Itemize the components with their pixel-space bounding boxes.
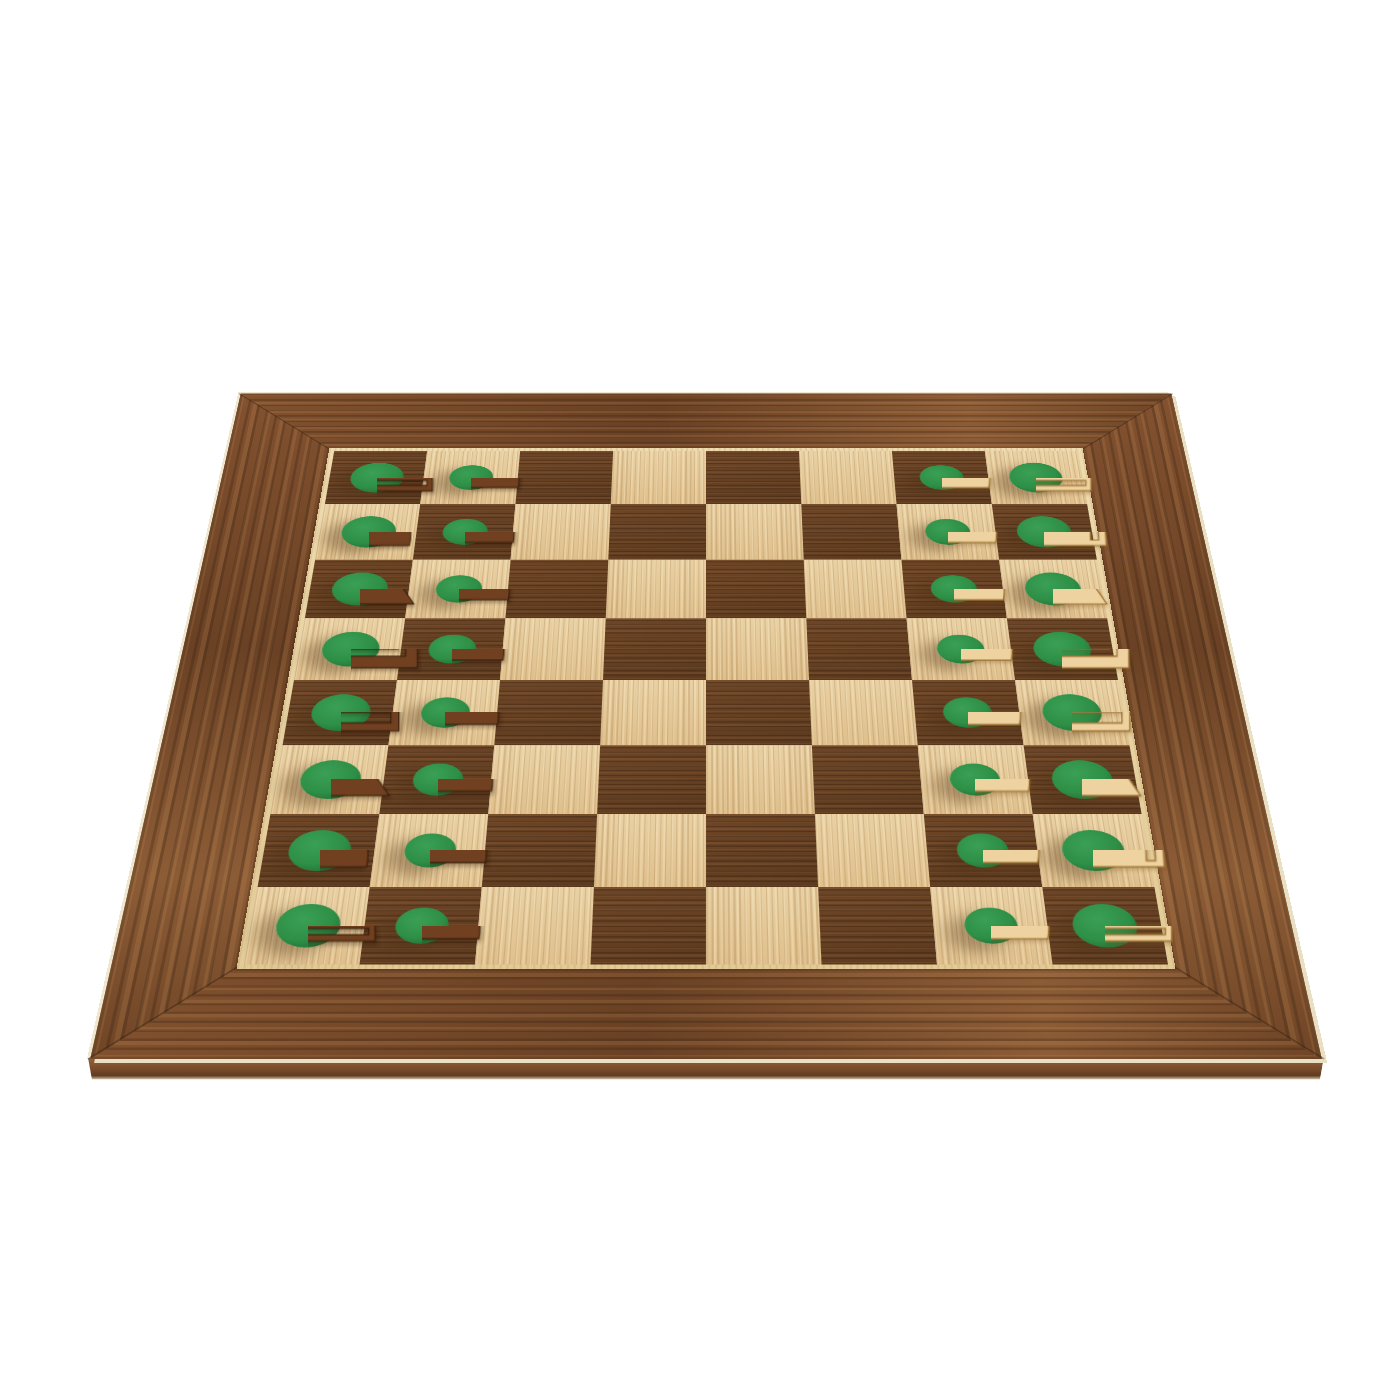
square-a1[interactable]: ♜	[1042, 887, 1168, 964]
miter-seam	[87, 961, 247, 1060]
square-a5[interactable]	[591, 887, 706, 964]
square-b4[interactable]	[706, 814, 818, 887]
square-g5[interactable]	[608, 504, 706, 560]
board-edge-thickness	[88, 1058, 1324, 1079]
playing-field: ♜♟♟♜♞♟♟♞♝♟♟♝♚♟♟♚♛♟♟♛♝♟♟♝♞♟♟♞♜♟♟♜	[244, 451, 1168, 964]
square-a7[interactable]: ♟	[360, 887, 482, 964]
chess-board: ♜♟♟♜♞♟♟♞♝♟♟♝♚♟♟♚♛♟♟♛♝♟♟♝♞♟♟♞♜♟♟♜	[90, 394, 1321, 1059]
square-c4[interactable]	[706, 745, 815, 814]
square-e5[interactable]	[603, 618, 706, 680]
square-c5[interactable]	[597, 745, 706, 814]
perspective-scene: ♜♟♟♜♞♟♟♞♝♟♟♝♚♟♟♚♛♟♟♛♝♟♟♝♞♟♟♞♜♟♟♜	[0, 0, 1400, 1400]
miter-seam	[1165, 961, 1325, 1060]
square-g4[interactable]	[706, 504, 804, 560]
chess-set-photo: ♜♟♟♜♞♟♟♞♝♟♟♝♚♟♟♚♛♟♟♛♝♟♟♝♞♟♟♞♜♟♟♜	[0, 0, 1400, 1400]
square-d5[interactable]	[600, 680, 706, 745]
square-h4[interactable]	[706, 451, 801, 504]
square-f4[interactable]	[706, 560, 806, 619]
square-b5[interactable]	[594, 814, 706, 887]
square-a4[interactable]	[706, 887, 821, 964]
board-inlay-strip: ♜♟♟♜♞♟♟♞♝♟♟♝♚♟♟♚♛♟♟♛♝♟♟♝♞♟♟♞♜♟♟♜	[236, 448, 1175, 969]
square-f5[interactable]	[606, 560, 706, 619]
square-e4[interactable]	[706, 618, 809, 680]
square-d4[interactable]	[706, 680, 812, 745]
square-h5[interactable]	[611, 451, 706, 504]
